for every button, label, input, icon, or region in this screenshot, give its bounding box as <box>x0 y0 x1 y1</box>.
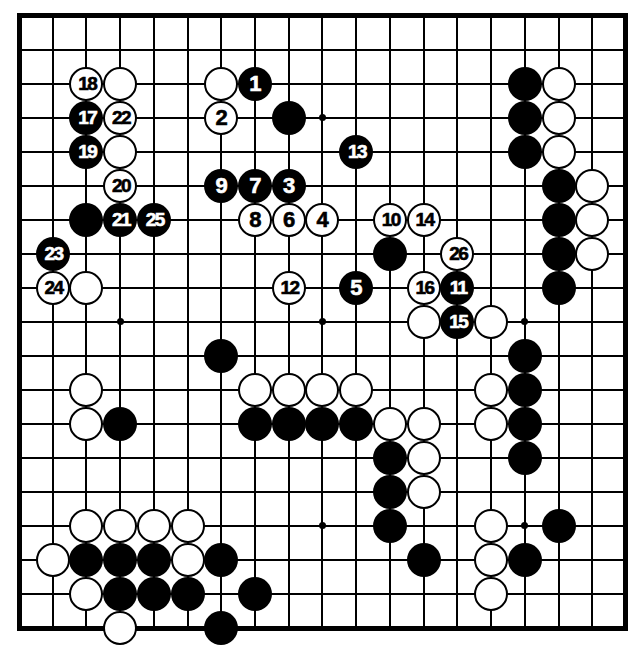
move-number: 1 <box>249 73 261 95</box>
white-stone <box>339 373 373 407</box>
black-stone <box>508 441 542 475</box>
black-stone <box>339 407 373 441</box>
black-stone: 5 <box>339 271 373 305</box>
white-stone <box>407 407 441 441</box>
move-number: 12 <box>281 278 299 297</box>
black-stone <box>373 509 407 543</box>
white-stone <box>407 475 441 509</box>
white-stone <box>103 509 137 543</box>
white-stone <box>407 441 441 475</box>
black-stone <box>238 577 272 611</box>
move-number: 11 <box>450 278 467 297</box>
black-stone <box>69 203 103 237</box>
black-stone <box>542 203 576 237</box>
white-stone <box>103 67 137 101</box>
black-stone: 21 <box>103 203 137 237</box>
move-number: 17 <box>78 108 96 127</box>
move-number: 14 <box>415 210 433 229</box>
move-number: 18 <box>78 74 96 93</box>
black-stone: 7 <box>238 169 272 203</box>
black-stone <box>508 407 542 441</box>
black-stone <box>508 67 542 101</box>
white-stone <box>474 305 508 339</box>
white-stone <box>474 509 508 543</box>
white-stone <box>171 543 205 577</box>
black-stone <box>542 237 576 271</box>
black-stone <box>508 135 542 169</box>
black-stone: 15 <box>440 305 474 339</box>
move-number: 24 <box>45 278 63 297</box>
move-number: 22 <box>112 108 130 127</box>
black-stone <box>407 543 441 577</box>
white-stone <box>272 373 306 407</box>
black-stone <box>373 237 407 271</box>
white-stone: 12 <box>272 271 306 305</box>
white-stone: 16 <box>407 271 441 305</box>
white-stone <box>103 135 137 169</box>
black-stone: 19 <box>69 135 103 169</box>
white-stone <box>407 305 441 339</box>
white-stone: 18 <box>69 67 103 101</box>
black-stone <box>137 543 171 577</box>
go-board: 1811722219132097321258641014232624125161… <box>0 0 640 648</box>
black-stone <box>508 339 542 373</box>
black-stone <box>508 101 542 135</box>
move-number: 5 <box>350 277 362 299</box>
white-stone <box>204 67 238 101</box>
white-stone: 20 <box>103 169 137 203</box>
black-stone: 9 <box>204 169 238 203</box>
white-stone: 8 <box>238 203 272 237</box>
move-number: 3 <box>283 175 295 197</box>
black-stone <box>542 509 576 543</box>
black-stone <box>373 441 407 475</box>
move-number: 8 <box>249 209 261 231</box>
white-stone <box>542 101 576 135</box>
black-stone <box>204 339 238 373</box>
grid-line-horizontal <box>19 491 626 493</box>
move-number: 6 <box>283 209 295 231</box>
star-point <box>117 318 124 325</box>
white-stone: 4 <box>305 203 339 237</box>
black-stone: 1 <box>238 67 272 101</box>
move-number: 13 <box>348 142 366 161</box>
white-stone <box>103 611 137 645</box>
grid-line-horizontal <box>19 253 626 255</box>
move-number: 16 <box>415 278 433 297</box>
black-stone <box>137 577 171 611</box>
white-stone <box>575 237 609 271</box>
black-stone <box>508 543 542 577</box>
white-stone <box>36 543 70 577</box>
white-stone <box>238 373 272 407</box>
white-stone: 22 <box>103 101 137 135</box>
white-stone: 14 <box>407 203 441 237</box>
black-stone <box>542 169 576 203</box>
black-stone <box>238 407 272 441</box>
white-stone <box>69 271 103 305</box>
black-stone <box>272 101 306 135</box>
move-number: 15 <box>449 312 467 331</box>
move-number: 21 <box>112 210 130 229</box>
black-stone <box>103 407 137 441</box>
white-stone <box>542 67 576 101</box>
white-stone <box>575 203 609 237</box>
move-number: 4 <box>317 209 329 231</box>
move-number: 20 <box>112 176 130 195</box>
grid-line-horizontal <box>19 287 626 289</box>
white-stone: 24 <box>36 271 70 305</box>
black-stone: 13 <box>339 135 373 169</box>
move-number: 25 <box>146 210 164 229</box>
black-stone <box>373 475 407 509</box>
white-stone <box>171 509 205 543</box>
white-stone: 26 <box>440 237 474 271</box>
white-stone <box>575 169 609 203</box>
move-number: 26 <box>449 244 467 263</box>
white-stone: 2 <box>204 101 238 135</box>
move-number: 10 <box>382 210 400 229</box>
black-stone: 3 <box>272 169 306 203</box>
white-stone: 10 <box>373 203 407 237</box>
move-number: 23 <box>45 244 63 263</box>
black-stone <box>272 407 306 441</box>
white-stone <box>373 407 407 441</box>
black-stone: 17 <box>69 101 103 135</box>
move-number: 9 <box>215 175 227 197</box>
move-number: 2 <box>215 107 227 129</box>
grid-line-horizontal <box>19 49 626 51</box>
white-stone <box>474 407 508 441</box>
black-stone <box>204 611 238 645</box>
white-stone <box>474 373 508 407</box>
black-stone: 23 <box>36 237 70 271</box>
black-stone <box>542 271 576 305</box>
black-stone <box>508 373 542 407</box>
black-stone: 11 <box>440 271 474 305</box>
white-stone <box>542 135 576 169</box>
white-stone <box>474 577 508 611</box>
star-point <box>319 114 326 121</box>
black-stone: 25 <box>137 203 171 237</box>
move-number: 7 <box>249 175 261 197</box>
move-number: 19 <box>78 142 96 161</box>
go-diagram-page: 1811722219132097321258641014232624125161… <box>0 0 640 648</box>
black-stone <box>103 543 137 577</box>
white-stone <box>137 509 171 543</box>
black-stone <box>171 577 205 611</box>
black-stone <box>103 577 137 611</box>
white-stone <box>474 543 508 577</box>
white-stone: 6 <box>272 203 306 237</box>
